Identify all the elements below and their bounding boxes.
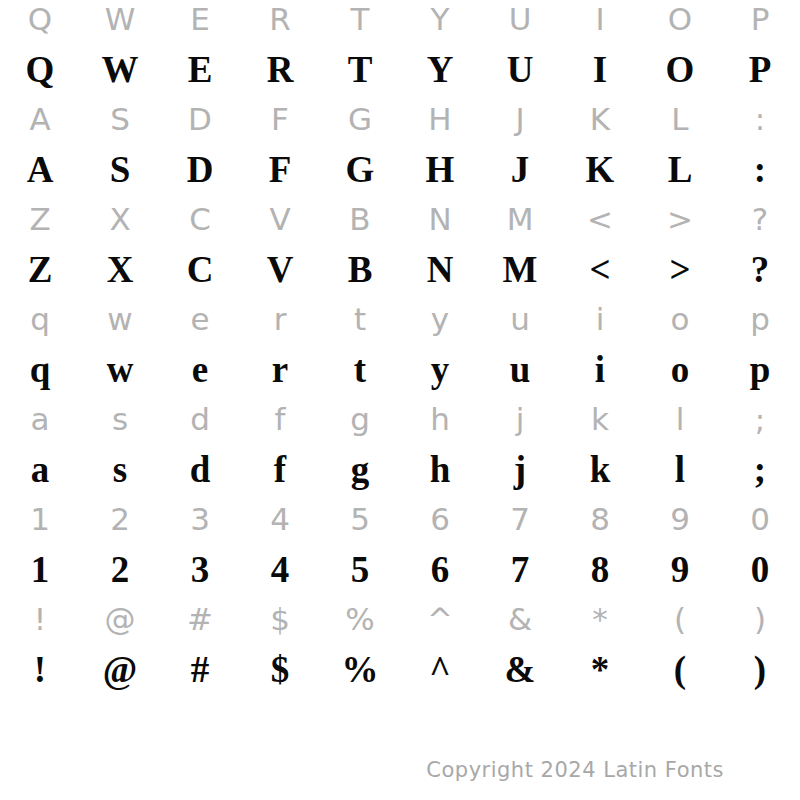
glyph-cell: G xyxy=(320,144,400,194)
glyph-cell: I xyxy=(560,0,640,44)
glyph-cell: h xyxy=(400,444,480,494)
glyph-cell: Y xyxy=(400,44,480,94)
glyph-cell: R xyxy=(240,44,320,94)
glyph-cell: 3 xyxy=(160,494,240,544)
glyph-cell: 0 xyxy=(720,494,800,544)
glyph-cell: 6 xyxy=(400,544,480,594)
glyph-cell: ? xyxy=(720,194,800,244)
glyph-cell: 9 xyxy=(640,494,720,544)
glyph-cell: B xyxy=(320,194,400,244)
glyph-cell: & xyxy=(480,594,560,644)
glyph-cell: W xyxy=(80,44,160,94)
glyph-cell: 5 xyxy=(320,544,400,594)
glyph-cell: 7 xyxy=(480,494,560,544)
glyph-cell: u xyxy=(480,294,560,344)
glyph-cell: y xyxy=(400,344,480,394)
glyph-cell: ) xyxy=(720,644,800,694)
glyph-cell: T xyxy=(320,44,400,94)
glyph-cell: L xyxy=(640,144,720,194)
glyph-cell: N xyxy=(400,194,480,244)
glyph-cell: i xyxy=(560,344,640,394)
glyph-cell: ; xyxy=(720,444,800,494)
glyph-cell: Z xyxy=(0,194,80,244)
glyph-cell: a xyxy=(0,444,80,494)
glyph-cell: l xyxy=(640,394,720,444)
glyph-cell: D xyxy=(160,94,240,144)
glyph-cell: C xyxy=(160,194,240,244)
glyph-cell: U xyxy=(480,44,560,94)
glyph-cell: s xyxy=(80,394,160,444)
glyph-cell: * xyxy=(560,644,640,694)
glyph-cell: & xyxy=(480,644,560,694)
glyph-cell: ? xyxy=(720,244,800,294)
glyph-cell: T xyxy=(320,0,400,44)
glyph-cell: # xyxy=(160,594,240,644)
glyph-cell: ! xyxy=(0,594,80,644)
glyph-cell: X xyxy=(80,194,160,244)
glyph-cell: g xyxy=(320,394,400,444)
glyph-cell: U xyxy=(480,0,560,44)
glyph-cell: d xyxy=(160,444,240,494)
glyph-cell: k xyxy=(560,394,640,444)
glyph-cell: 1 xyxy=(0,544,80,594)
glyph-cell: F xyxy=(240,94,320,144)
glyph-cell: 1 xyxy=(0,494,80,544)
glyph-cell: I xyxy=(560,44,640,94)
glyph-cell: i xyxy=(560,294,640,344)
glyph-cell: Q xyxy=(0,0,80,44)
glyph-cell: r xyxy=(240,294,320,344)
glyph-cell: P xyxy=(720,44,800,94)
glyph-cell: 4 xyxy=(240,494,320,544)
glyph-cell: ^ xyxy=(400,594,480,644)
glyph-cell: 8 xyxy=(560,544,640,594)
glyph-cell: : xyxy=(720,144,800,194)
glyph-cell: A xyxy=(0,144,80,194)
glyph-cell: e xyxy=(160,294,240,344)
glyph-cell: 8 xyxy=(560,494,640,544)
glyph-cell: C xyxy=(160,244,240,294)
glyph-cell: 0 xyxy=(720,544,800,594)
glyph-cell: @ xyxy=(80,594,160,644)
glyph-cell: @ xyxy=(80,644,160,694)
glyph-cell: O xyxy=(640,44,720,94)
glyph-cell: 2 xyxy=(80,544,160,594)
glyph-cell: > xyxy=(640,244,720,294)
glyph-cell: $ xyxy=(240,644,320,694)
glyph-cell: < xyxy=(560,244,640,294)
glyph-cell: t xyxy=(320,344,400,394)
glyph-cell: F xyxy=(240,144,320,194)
glyph-cell: P xyxy=(720,0,800,44)
glyph-cell: s xyxy=(80,444,160,494)
glyph-cell: M xyxy=(480,244,560,294)
glyph-cell: p xyxy=(720,294,800,344)
glyph-cell: d xyxy=(160,394,240,444)
glyph-cell: H xyxy=(400,94,480,144)
glyph-cell: J xyxy=(480,94,560,144)
glyph-cell: B xyxy=(320,244,400,294)
glyph-cell: Q xyxy=(0,44,80,94)
glyph-cell: ^ xyxy=(400,644,480,694)
glyph-cell: f xyxy=(240,394,320,444)
glyph-cell: : xyxy=(720,94,800,144)
glyph-cell: O xyxy=(640,0,720,44)
glyph-cell: o xyxy=(640,344,720,394)
glyph-cell: a xyxy=(0,394,80,444)
glyph-cell: t xyxy=(320,294,400,344)
glyph-cell: g xyxy=(320,444,400,494)
character-grid: QWERTYUIOPQWERTYUIOPASDFGHJKL:ASDFGHJKL:… xyxy=(0,0,800,694)
glyph-cell: 7 xyxy=(480,544,560,594)
glyph-cell: j xyxy=(480,394,560,444)
glyph-cell: 6 xyxy=(400,494,480,544)
glyph-cell: $ xyxy=(240,594,320,644)
glyph-cell: H xyxy=(400,144,480,194)
glyph-cell: E xyxy=(160,0,240,44)
glyph-cell: 9 xyxy=(640,544,720,594)
glyph-cell: 2 xyxy=(80,494,160,544)
glyph-cell: G xyxy=(320,94,400,144)
glyph-cell: p xyxy=(720,344,800,394)
glyph-cell: w xyxy=(80,344,160,394)
glyph-cell: k xyxy=(560,444,640,494)
glyph-cell: w xyxy=(80,294,160,344)
glyph-cell: ! xyxy=(0,644,80,694)
glyph-cell: u xyxy=(480,344,560,394)
glyph-cell: Y xyxy=(400,0,480,44)
glyph-cell: N xyxy=(400,244,480,294)
glyph-cell: K xyxy=(560,94,640,144)
glyph-cell: e xyxy=(160,344,240,394)
glyph-cell: D xyxy=(160,144,240,194)
glyph-cell: q xyxy=(0,344,80,394)
glyph-cell: f xyxy=(240,444,320,494)
glyph-cell: ) xyxy=(720,594,800,644)
glyph-cell: R xyxy=(240,0,320,44)
copyright-text: Copyright 2024 Latin Fonts xyxy=(426,758,724,782)
glyph-cell: l xyxy=(640,444,720,494)
glyph-cell: * xyxy=(560,594,640,644)
glyph-cell: j xyxy=(480,444,560,494)
glyph-cell: % xyxy=(320,644,400,694)
glyph-cell: o xyxy=(640,294,720,344)
glyph-cell: A xyxy=(0,94,80,144)
glyph-cell: < xyxy=(560,194,640,244)
glyph-cell: 5 xyxy=(320,494,400,544)
glyph-cell: > xyxy=(640,194,720,244)
glyph-cell: h xyxy=(400,394,480,444)
glyph-cell: L xyxy=(640,94,720,144)
glyph-cell: Z xyxy=(0,244,80,294)
glyph-cell: 4 xyxy=(240,544,320,594)
glyph-cell: q xyxy=(0,294,80,344)
glyph-cell: ( xyxy=(640,644,720,694)
glyph-cell: J xyxy=(480,144,560,194)
glyph-cell: K xyxy=(560,144,640,194)
glyph-cell: S xyxy=(80,94,160,144)
glyph-cell: M xyxy=(480,194,560,244)
glyph-cell: V xyxy=(240,194,320,244)
glyph-cell: W xyxy=(80,0,160,44)
glyph-cell: ( xyxy=(640,594,720,644)
glyph-cell: 3 xyxy=(160,544,240,594)
glyph-cell: # xyxy=(160,644,240,694)
glyph-cell: E xyxy=(160,44,240,94)
glyph-cell: S xyxy=(80,144,160,194)
glyph-cell: ; xyxy=(720,394,800,444)
glyph-cell: % xyxy=(320,594,400,644)
glyph-cell: r xyxy=(240,344,320,394)
glyph-cell: V xyxy=(240,244,320,294)
glyph-cell: y xyxy=(400,294,480,344)
glyph-cell: X xyxy=(80,244,160,294)
